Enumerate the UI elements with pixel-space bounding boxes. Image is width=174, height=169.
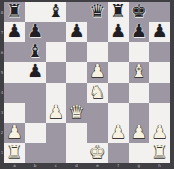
square-b7[interactable]: ♟ xyxy=(25,22,46,42)
square-c4[interactable] xyxy=(46,83,67,103)
square-d8[interactable] xyxy=(66,2,87,22)
square-f3[interactable] xyxy=(108,103,129,123)
rank-label-7: 7 xyxy=(0,22,4,42)
chess-board: ♜♝♛♜♚♟♟♟♟♟♟♝♟♟♝♞♟♛♟♟♟♟♜♚♜ xyxy=(4,2,170,163)
square-c6[interactable] xyxy=(46,42,67,62)
square-g3[interactable] xyxy=(129,103,150,123)
piece-white-pawn-g2[interactable]: ♟ xyxy=(131,123,147,142)
piece-white-rook-h1[interactable]: ♜ xyxy=(152,143,168,162)
rank-label-2: 2 xyxy=(0,123,4,143)
piece-white-knight-e4[interactable]: ♞ xyxy=(89,83,105,102)
square-a6[interactable] xyxy=(4,42,25,62)
square-d6[interactable] xyxy=(66,42,87,62)
square-h5[interactable] xyxy=(149,62,170,82)
piece-white-pawn-f2[interactable]: ♟ xyxy=(110,123,126,142)
square-h2[interactable]: ♟ xyxy=(149,123,170,143)
rank-label-8: 8 xyxy=(0,2,4,22)
piece-black-bishop-b6[interactable]: ♝ xyxy=(27,42,43,61)
file-label-b: b xyxy=(25,163,46,169)
file-label-g: g xyxy=(129,163,150,169)
square-g1[interactable] xyxy=(129,143,150,163)
rank-label-3: 3 xyxy=(0,103,4,123)
square-g7[interactable]: ♟ xyxy=(129,22,150,42)
piece-black-pawn-g7[interactable]: ♟ xyxy=(131,22,147,41)
square-e1[interactable]: ♚ xyxy=(87,143,108,163)
piece-white-queen-d3[interactable]: ♛ xyxy=(69,103,85,122)
rank-label-1: 1 xyxy=(0,143,4,163)
square-e6[interactable] xyxy=(87,42,108,62)
square-b2[interactable] xyxy=(25,123,46,143)
square-d7[interactable]: ♟ xyxy=(66,22,87,42)
piece-black-pawn-b7[interactable]: ♟ xyxy=(27,22,43,41)
piece-white-pawn-c3[interactable]: ♟ xyxy=(48,103,64,122)
square-g6[interactable] xyxy=(129,42,150,62)
square-b3[interactable] xyxy=(25,103,46,123)
square-f8[interactable]: ♜ xyxy=(108,2,129,22)
square-a4[interactable] xyxy=(4,83,25,103)
piece-white-king-e1[interactable]: ♚ xyxy=(89,143,105,162)
square-h3[interactable] xyxy=(149,103,170,123)
square-b1[interactable] xyxy=(25,143,46,163)
square-d1[interactable] xyxy=(66,143,87,163)
square-d2[interactable] xyxy=(66,123,87,143)
square-f6[interactable] xyxy=(108,42,129,62)
square-c8[interactable]: ♝ xyxy=(46,2,67,22)
square-f4[interactable] xyxy=(108,83,129,103)
square-b6[interactable]: ♝ xyxy=(25,42,46,62)
square-b8[interactable] xyxy=(25,2,46,22)
square-c3[interactable]: ♟ xyxy=(46,103,67,123)
square-c2[interactable] xyxy=(46,123,67,143)
square-e3[interactable] xyxy=(87,103,108,123)
square-a5[interactable] xyxy=(4,62,25,82)
square-a2[interactable]: ♟ xyxy=(4,123,25,143)
file-label-f: f xyxy=(108,163,129,169)
square-a7[interactable]: ♟ xyxy=(4,22,25,42)
square-h8[interactable] xyxy=(149,2,170,22)
square-h7[interactable]: ♟ xyxy=(149,22,170,42)
square-f5[interactable] xyxy=(108,62,129,82)
square-a1[interactable]: ♜ xyxy=(4,143,25,163)
rank-labels: 87654321 xyxy=(0,2,4,163)
square-f2[interactable]: ♟ xyxy=(108,123,129,143)
square-g2[interactable]: ♟ xyxy=(129,123,150,143)
file-label-c: c xyxy=(46,163,67,169)
square-h1[interactable]: ♜ xyxy=(149,143,170,163)
piece-black-bishop-c8[interactable]: ♝ xyxy=(48,2,64,21)
file-label-h: h xyxy=(149,163,170,169)
square-d3[interactable]: ♛ xyxy=(66,103,87,123)
square-e2[interactable] xyxy=(87,123,108,143)
piece-black-king-g8[interactable]: ♚ xyxy=(131,2,147,21)
square-g4[interactable] xyxy=(129,83,150,103)
piece-white-pawn-h2[interactable]: ♟ xyxy=(152,123,168,142)
rank-label-6: 6 xyxy=(0,42,4,62)
square-f7[interactable]: ♟ xyxy=(108,22,129,42)
piece-white-rook-a1[interactable]: ♜ xyxy=(6,143,22,162)
square-c5[interactable] xyxy=(46,62,67,82)
piece-black-pawn-a7[interactable]: ♟ xyxy=(6,22,22,41)
piece-black-pawn-h7[interactable]: ♟ xyxy=(152,22,168,41)
square-h6[interactable] xyxy=(149,42,170,62)
square-c1[interactable] xyxy=(46,143,67,163)
square-a8[interactable]: ♜ xyxy=(4,2,25,22)
square-a3[interactable] xyxy=(4,103,25,123)
file-label-d: d xyxy=(66,163,87,169)
square-g5[interactable]: ♝ xyxy=(129,62,150,82)
chess-board-frame: ♜♝♛♜♚♟♟♟♟♟♟♝♟♟♝♞♟♛♟♟♟♟♜♚♜ 87654321 abcde… xyxy=(0,0,174,169)
piece-black-pawn-b5[interactable]: ♟ xyxy=(27,62,43,81)
square-d4[interactable] xyxy=(66,83,87,103)
file-labels: abcdefgh xyxy=(4,163,170,169)
square-f1[interactable] xyxy=(108,143,129,163)
square-e4[interactable]: ♞ xyxy=(87,83,108,103)
piece-white-pawn-e5[interactable]: ♟ xyxy=(89,62,105,81)
square-e5[interactable]: ♟ xyxy=(87,62,108,82)
square-h4[interactable] xyxy=(149,83,170,103)
piece-black-rook-f8[interactable]: ♜ xyxy=(110,2,126,21)
square-e8[interactable]: ♛ xyxy=(87,2,108,22)
piece-white-bishop-g5[interactable]: ♝ xyxy=(131,62,147,81)
square-c7[interactable] xyxy=(46,22,67,42)
piece-black-rook-a8[interactable]: ♜ xyxy=(6,2,22,21)
square-b5[interactable]: ♟ xyxy=(25,62,46,82)
piece-black-pawn-d7[interactable]: ♟ xyxy=(69,22,85,41)
square-e7[interactable] xyxy=(87,22,108,42)
piece-black-queen-e8[interactable]: ♛ xyxy=(89,2,105,21)
rank-label-5: 5 xyxy=(0,62,4,82)
square-d5[interactable] xyxy=(66,62,87,82)
file-label-a: a xyxy=(4,163,25,169)
piece-black-pawn-f7[interactable]: ♟ xyxy=(110,22,126,41)
piece-white-pawn-a2[interactable]: ♟ xyxy=(6,123,22,142)
rank-label-4: 4 xyxy=(0,83,4,103)
square-g8[interactable]: ♚ xyxy=(129,2,150,22)
file-label-e: e xyxy=(87,163,108,169)
square-b4[interactable] xyxy=(25,83,46,103)
